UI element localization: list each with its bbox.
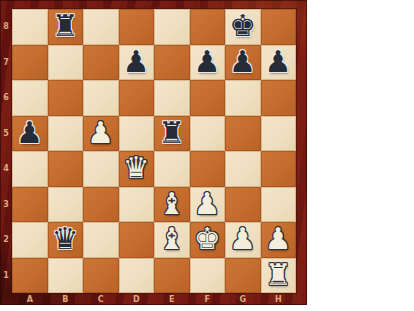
file-label-d: D	[119, 293, 155, 305]
file-labels: ABCDEFGH	[12, 293, 296, 305]
square-g6[interactable]	[225, 80, 261, 116]
rank-label-6: 6	[0, 80, 12, 116]
square-c4[interactable]	[83, 151, 119, 187]
square-e8[interactable]	[154, 9, 190, 45]
square-a7[interactable]	[12, 45, 48, 81]
square-h1[interactable]: ♜	[261, 258, 297, 294]
square-f8[interactable]	[190, 9, 226, 45]
black-pawn-g7[interactable]: ♟	[229, 44, 256, 79]
file-label-f: F	[190, 293, 226, 305]
square-e7[interactable]	[154, 45, 190, 81]
square-c6[interactable]	[83, 80, 119, 116]
square-c2[interactable]	[83, 222, 119, 258]
square-g7[interactable]: ♟	[225, 45, 261, 81]
rank-label-2: 2	[0, 222, 12, 258]
square-f4[interactable]	[190, 151, 226, 187]
rank-label-1: 1	[0, 258, 12, 294]
black-king-g8[interactable]: ♚	[229, 8, 256, 43]
square-f7[interactable]: ♟	[190, 45, 226, 81]
file-label-a: A	[12, 293, 48, 305]
square-b6[interactable]	[48, 80, 84, 116]
square-a1[interactable]	[12, 258, 48, 294]
square-d3[interactable]	[119, 187, 155, 223]
file-label-e: E	[154, 293, 190, 305]
square-f2[interactable]: ♚	[190, 222, 226, 258]
square-a3[interactable]	[12, 187, 48, 223]
white-queen-d4[interactable]: ♛	[123, 150, 150, 185]
square-a5[interactable]: ♟	[12, 116, 48, 152]
square-g5[interactable]	[225, 116, 261, 152]
rank-label-4: 4	[0, 151, 12, 187]
square-h2[interactable]: ♟	[261, 222, 297, 258]
square-g8[interactable]: ♚	[225, 9, 261, 45]
square-a8[interactable]	[12, 9, 48, 45]
square-b4[interactable]	[48, 151, 84, 187]
square-e2[interactable]: ♝	[154, 222, 190, 258]
black-rook-b8[interactable]: ♜	[52, 8, 79, 43]
square-e3[interactable]: ♝	[154, 187, 190, 223]
square-d7[interactable]: ♟	[119, 45, 155, 81]
rank-label-3: 3	[0, 187, 12, 223]
square-e6[interactable]	[154, 80, 190, 116]
square-a2[interactable]	[12, 222, 48, 258]
square-e4[interactable]	[154, 151, 190, 187]
square-a4[interactable]	[12, 151, 48, 187]
black-pawn-h7[interactable]: ♟	[265, 44, 292, 79]
square-b3[interactable]	[48, 187, 84, 223]
square-b7[interactable]	[48, 45, 84, 81]
white-pawn-f3[interactable]: ♟	[194, 186, 221, 221]
square-a6[interactable]	[12, 80, 48, 116]
square-f5[interactable]	[190, 116, 226, 152]
square-h5[interactable]	[261, 116, 297, 152]
white-bishop-e3[interactable]: ♝	[158, 186, 185, 221]
white-pawn-h2[interactable]: ♟	[265, 221, 292, 256]
square-e1[interactable]	[154, 258, 190, 294]
square-d5[interactable]	[119, 116, 155, 152]
square-c7[interactable]	[83, 45, 119, 81]
square-d1[interactable]	[119, 258, 155, 294]
rank-label-5: 5	[0, 116, 12, 152]
file-label-h: H	[261, 293, 297, 305]
file-label-g: G	[225, 293, 261, 305]
square-c8[interactable]	[83, 9, 119, 45]
square-c3[interactable]	[83, 187, 119, 223]
square-h7[interactable]: ♟	[261, 45, 297, 81]
square-f1[interactable]	[190, 258, 226, 294]
black-pawn-d7[interactable]: ♟	[123, 44, 150, 79]
square-d2[interactable]	[119, 222, 155, 258]
black-pawn-f7[interactable]: ♟	[194, 44, 221, 79]
file-label-b: B	[48, 293, 84, 305]
square-b8[interactable]: ♜	[48, 9, 84, 45]
white-pawn-c5[interactable]: ♟	[87, 115, 114, 150]
square-c1[interactable]	[83, 258, 119, 294]
white-king-f2[interactable]: ♚	[194, 221, 221, 256]
square-h4[interactable]	[261, 151, 297, 187]
square-e5[interactable]: ♜	[154, 116, 190, 152]
square-g2[interactable]: ♟	[225, 222, 261, 258]
square-d6[interactable]	[119, 80, 155, 116]
black-queen-b2[interactable]: ♛	[52, 221, 79, 256]
black-pawn-a5[interactable]: ♟	[16, 115, 43, 150]
rank-labels: 87654321	[0, 9, 12, 293]
square-b2[interactable]: ♛	[48, 222, 84, 258]
square-h6[interactable]	[261, 80, 297, 116]
rank-label-7: 7	[0, 45, 12, 81]
square-g1[interactable]	[225, 258, 261, 294]
white-pawn-g2[interactable]: ♟	[229, 221, 256, 256]
white-rook-h1[interactable]: ♜	[265, 257, 292, 292]
square-c5[interactable]: ♟	[83, 116, 119, 152]
file-label-c: C	[83, 293, 119, 305]
rank-label-8: 8	[0, 9, 12, 45]
square-b1[interactable]	[48, 258, 84, 294]
square-f3[interactable]: ♟	[190, 187, 226, 223]
square-d4[interactable]: ♛	[119, 151, 155, 187]
square-g3[interactable]	[225, 187, 261, 223]
board-grid: ♜♚♟♟♟♟♟♟♜♛♝♟♛♝♚♟♟♜	[12, 9, 296, 293]
square-f6[interactable]	[190, 80, 226, 116]
chess-board: 87654321 ♜♚♟♟♟♟♟♟♜♛♝♟♛♝♚♟♟♜ ABCDEFGH	[0, 0, 307, 305]
square-g4[interactable]	[225, 151, 261, 187]
black-rook-e5[interactable]: ♜	[158, 115, 185, 150]
square-h3[interactable]	[261, 187, 297, 223]
white-bishop-e2[interactable]: ♝	[158, 221, 185, 256]
square-d8[interactable]	[119, 9, 155, 45]
square-h8[interactable]	[261, 9, 297, 45]
square-b5[interactable]	[48, 116, 84, 152]
